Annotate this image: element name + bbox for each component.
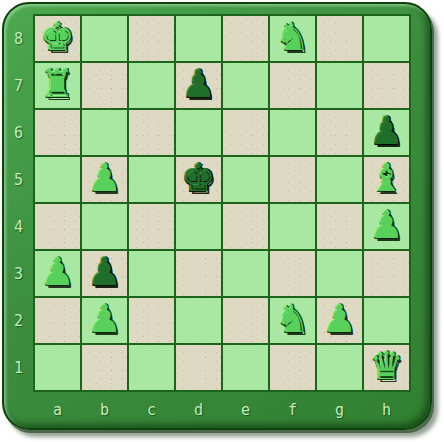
rank-label-3: 3 [4, 251, 33, 296]
file-label-a: a [35, 398, 80, 422]
rank-label-7: 7 [4, 63, 33, 108]
square-d5[interactable]: ♚ [176, 157, 221, 202]
square-g6[interactable] [317, 110, 362, 155]
square-g1[interactable] [317, 345, 362, 390]
square-c1[interactable] [129, 345, 174, 390]
square-f7[interactable] [270, 63, 315, 108]
square-g4[interactable] [317, 204, 362, 249]
square-a8[interactable]: ♚ [35, 16, 80, 61]
square-c3[interactable] [129, 251, 174, 296]
square-a6[interactable] [35, 110, 80, 155]
square-d6[interactable] [176, 110, 221, 155]
file-label-c: c [129, 398, 174, 422]
rank-label-6: 6 [4, 110, 33, 155]
square-h1[interactable]: ♛ [364, 345, 409, 390]
rank-label-4: 4 [4, 204, 33, 249]
square-g3[interactable] [317, 251, 362, 296]
black-king-d5[interactable]: ♚ [181, 156, 215, 201]
square-b2[interactable]: ♟ [82, 298, 127, 343]
square-a7[interactable]: ♜ [35, 63, 80, 108]
file-labels: abcdefgh [35, 398, 409, 422]
white-knight-f2[interactable]: ♞ [275, 297, 309, 342]
square-h5[interactable]: ♝ [364, 157, 409, 202]
square-d3[interactable] [176, 251, 221, 296]
white-bishop-h5[interactable]: ♝ [369, 156, 403, 201]
square-a1[interactable] [35, 345, 80, 390]
white-pawn-a3[interactable]: ♟ [40, 250, 74, 295]
square-g7[interactable] [317, 63, 362, 108]
rank-labels: 87654321 [4, 16, 33, 390]
board-grid: ♚♞♜♟♟♟♚♝♟♟♟♟♞♟♛ [33, 14, 411, 392]
square-a5[interactable] [35, 157, 80, 202]
square-g2[interactable]: ♟ [317, 298, 362, 343]
square-h2[interactable] [364, 298, 409, 343]
rank-label-5: 5 [4, 157, 33, 202]
square-e5[interactable] [223, 157, 268, 202]
square-h4[interactable]: ♟ [364, 204, 409, 249]
square-e6[interactable] [223, 110, 268, 155]
rank-label-1: 1 [4, 345, 33, 390]
square-c8[interactable] [129, 16, 174, 61]
file-label-d: d [176, 398, 221, 422]
square-b7[interactable] [82, 63, 127, 108]
board-frame: 87654321 ♚♞♜♟♟♟♚♝♟♟♟♟♞♟♛ abcdefgh [2, 2, 432, 430]
square-e8[interactable] [223, 16, 268, 61]
square-d8[interactable] [176, 16, 221, 61]
white-pawn-h4[interactable]: ♟ [369, 203, 403, 248]
square-a2[interactable] [35, 298, 80, 343]
square-b1[interactable] [82, 345, 127, 390]
square-b8[interactable] [82, 16, 127, 61]
file-label-e: e [223, 398, 268, 422]
white-pawn-b2[interactable]: ♟ [87, 297, 121, 342]
white-queen-h1[interactable]: ♛ [369, 344, 403, 389]
square-f4[interactable] [270, 204, 315, 249]
square-f5[interactable] [270, 157, 315, 202]
square-f3[interactable] [270, 251, 315, 296]
rank-label-8: 8 [4, 16, 33, 61]
square-f6[interactable] [270, 110, 315, 155]
square-f2[interactable]: ♞ [270, 298, 315, 343]
square-c6[interactable] [129, 110, 174, 155]
square-h3[interactable] [364, 251, 409, 296]
square-e4[interactable] [223, 204, 268, 249]
square-b4[interactable] [82, 204, 127, 249]
black-pawn-h6[interactable]: ♟ [369, 109, 403, 154]
square-g8[interactable] [317, 16, 362, 61]
square-c5[interactable] [129, 157, 174, 202]
square-d7[interactable]: ♟ [176, 63, 221, 108]
square-c7[interactable] [129, 63, 174, 108]
square-e1[interactable] [223, 345, 268, 390]
square-d1[interactable] [176, 345, 221, 390]
square-e2[interactable] [223, 298, 268, 343]
square-f1[interactable] [270, 345, 315, 390]
square-h6[interactable]: ♟ [364, 110, 409, 155]
square-h8[interactable] [364, 16, 409, 61]
file-label-b: b [82, 398, 127, 422]
square-d2[interactable] [176, 298, 221, 343]
rank-label-2: 2 [4, 298, 33, 343]
white-pawn-g2[interactable]: ♟ [322, 297, 356, 342]
square-e3[interactable] [223, 251, 268, 296]
square-g5[interactable] [317, 157, 362, 202]
file-label-f: f [270, 398, 315, 422]
square-b3[interactable]: ♟ [82, 251, 127, 296]
white-king-a8[interactable]: ♚ [40, 15, 74, 60]
square-c2[interactable] [129, 298, 174, 343]
square-b5[interactable]: ♟ [82, 157, 127, 202]
black-pawn-b3[interactable]: ♟ [87, 250, 121, 295]
file-label-h: h [364, 398, 409, 422]
square-a4[interactable] [35, 204, 80, 249]
square-h7[interactable] [364, 63, 409, 108]
white-rook-a7[interactable]: ♜ [40, 62, 74, 107]
square-c4[interactable] [129, 204, 174, 249]
square-b6[interactable] [82, 110, 127, 155]
file-label-g: g [317, 398, 362, 422]
square-a3[interactable]: ♟ [35, 251, 80, 296]
white-knight-f8[interactable]: ♞ [275, 15, 309, 60]
square-d4[interactable] [176, 204, 221, 249]
square-f8[interactable]: ♞ [270, 16, 315, 61]
black-pawn-d7[interactable]: ♟ [181, 62, 215, 107]
square-e7[interactable] [223, 63, 268, 108]
white-pawn-b5[interactable]: ♟ [87, 156, 121, 201]
